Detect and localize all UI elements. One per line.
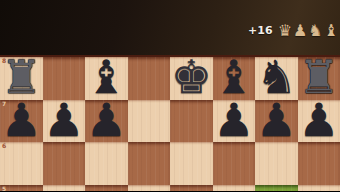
square-f6[interactable] [213, 142, 256, 185]
chess-app-screen: +16 ♛♟♞♝ 8♜♝♚♝♞♜7♟♟♟♟♟♟65 [0, 0, 340, 191]
square-b7[interactable]: ♟ [43, 100, 86, 143]
black-pawn-piece: ♟ [298, 100, 339, 143]
square-e8[interactable]: ♚ [170, 57, 213, 100]
square-a6[interactable]: 6 [0, 142, 43, 185]
captured-knight-icon: ♞ [308, 21, 322, 40]
black-pawn-piece: ♟ [86, 100, 127, 143]
square-e5[interactable] [170, 185, 213, 192]
rank-label-5: 5 [2, 185, 6, 192]
square-h8[interactable]: ♜ [298, 57, 340, 100]
captured-queen-icon: ♛ [278, 21, 292, 40]
square-h7[interactable]: ♟ [298, 100, 340, 143]
square-e7[interactable] [170, 100, 213, 143]
square-f5[interactable] [213, 185, 256, 192]
square-e6[interactable] [170, 142, 213, 185]
black-pawn-piece: ♟ [43, 100, 84, 143]
square-a5[interactable]: 5 [0, 185, 43, 192]
square-g7[interactable]: ♟ [255, 100, 298, 143]
captured-pawn-icon: ♟ [293, 21, 307, 40]
square-b5[interactable] [43, 185, 86, 192]
black-bishop-piece: ♝ [86, 57, 127, 100]
chess-board: 8♜♝♚♝♞♜7♟♟♟♟♟♟65 [0, 57, 340, 191]
black-bishop-piece: ♝ [213, 57, 254, 100]
square-f7[interactable]: ♟ [213, 100, 256, 143]
square-a7[interactable]: 7♟ [0, 100, 43, 143]
square-d8[interactable] [128, 57, 171, 100]
square-h6[interactable] [298, 142, 340, 185]
black-rook-piece: ♜ [298, 57, 339, 100]
captured-bishop-icon: ♝ [324, 21, 338, 40]
material-advantage-label: +16 [248, 21, 273, 40]
black-rook-piece: ♜ [1, 57, 42, 100]
rank-label-8: 8 [2, 57, 6, 64]
square-h5[interactable] [298, 185, 340, 192]
square-f8[interactable]: ♝ [213, 57, 256, 100]
black-pawn-piece: ♟ [213, 100, 254, 143]
square-d5[interactable] [128, 185, 171, 192]
board-viewport: 8♜♝♚♝♞♜7♟♟♟♟♟♟65 [0, 55, 340, 191]
black-pawn-piece: ♟ [256, 100, 297, 143]
black-knight-piece: ♞ [256, 57, 297, 100]
rank-label-7: 7 [2, 100, 6, 107]
square-c6[interactable] [85, 142, 128, 185]
square-a8[interactable]: 8♜ [0, 57, 43, 100]
square-d6[interactable] [128, 142, 171, 185]
black-pawn-piece: ♟ [1, 100, 42, 143]
square-b6[interactable] [43, 142, 86, 185]
square-c5[interactable] [85, 185, 128, 192]
square-d7[interactable] [128, 100, 171, 143]
square-g5[interactable] [255, 185, 298, 192]
black-king-piece: ♚ [171, 57, 212, 100]
square-c8[interactable]: ♝ [85, 57, 128, 100]
rank-label-6: 6 [2, 142, 6, 149]
square-g6[interactable] [255, 142, 298, 185]
square-g8[interactable]: ♞ [255, 57, 298, 100]
square-b8[interactable] [43, 57, 86, 100]
square-c7[interactable]: ♟ [85, 100, 128, 143]
captured-pieces-tray: +16 ♛♟♞♝ [248, 21, 338, 40]
opponent-status-bar: +16 ♛♟♞♝ [0, 0, 340, 55]
